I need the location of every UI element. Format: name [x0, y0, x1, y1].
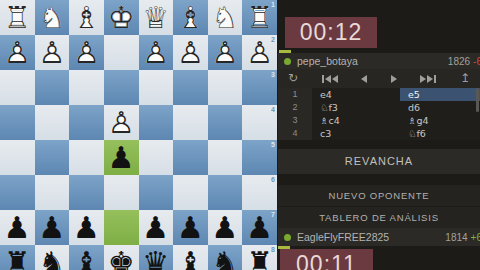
rank-label-6: 6	[271, 176, 275, 183]
square-h6[interactable]	[0, 175, 35, 210]
move-white-4[interactable]: c3	[312, 127, 400, 140]
black-pawn[interactable]: ♟	[173, 210, 208, 245]
square-d6[interactable]	[139, 175, 174, 210]
move-black-4[interactable]: ♘f6	[400, 127, 480, 140]
square-f4[interactable]	[69, 105, 104, 140]
square-a3[interactable]: 3	[242, 70, 277, 105]
move-black-2[interactable]: d6	[400, 101, 480, 114]
square-f6[interactable]	[69, 175, 104, 210]
square-e4[interactable]: ♟♙	[104, 105, 139, 140]
black-rook[interactable]: ♜	[0, 245, 35, 270]
white-bishop[interactable]: ♝♗	[69, 0, 104, 35]
black-pawn[interactable]: ♟	[0, 210, 35, 245]
black-knight[interactable]: ♞	[208, 245, 243, 270]
white-knight[interactable]: ♞♘	[208, 0, 243, 35]
square-d5[interactable]	[139, 140, 174, 175]
square-b2[interactable]: ♟♙	[208, 35, 243, 70]
black-bishop[interactable]: ♝	[173, 245, 208, 270]
square-a2[interactable]: 2♟♙	[242, 35, 277, 70]
square-f2[interactable]: ♟♙	[69, 35, 104, 70]
square-e3[interactable]	[104, 70, 139, 105]
square-h2[interactable]: ♟♙	[0, 35, 35, 70]
bottom-player-row[interactable]: EagleFlyFREE2825 1814 +6	[278, 228, 480, 246]
black-pawn[interactable]: ♟	[242, 210, 277, 245]
square-g7[interactable]: ♟	[35, 210, 70, 245]
white-pawn[interactable]: ♟♙	[69, 35, 104, 70]
square-a5[interactable]: 5	[242, 140, 277, 175]
move-navigation-toolbar: ↻ ↥	[278, 69, 480, 88]
square-c3[interactable]	[173, 70, 208, 105]
square-c5[interactable]	[173, 140, 208, 175]
move-row-2: 2♘f3d6	[278, 101, 480, 114]
rematch-button[interactable]: REVANCHA	[278, 149, 480, 174]
square-g3[interactable]	[35, 70, 70, 105]
top-player-row[interactable]: pepe_botaya 1826 -6	[278, 53, 480, 69]
bottom-player-rating-change: +6	[471, 232, 480, 243]
square-c1[interactable]: ♝♗	[173, 0, 208, 35]
black-pawn[interactable]: ♟	[69, 210, 104, 245]
rank-label-4: 4	[271, 106, 275, 113]
white-pawn[interactable]: ♟♙	[104, 105, 139, 140]
bottom-player-rating: 1814	[445, 232, 467, 243]
black-pawn[interactable]: ♟	[104, 140, 139, 175]
square-e2[interactable]	[104, 35, 139, 70]
square-a4[interactable]: 4	[242, 105, 277, 140]
black-queen[interactable]: ♛	[139, 245, 174, 270]
move-black-3[interactable]: ♗g4	[400, 114, 480, 127]
square-h1[interactable]: ♜♖	[0, 0, 35, 35]
white-bishop[interactable]: ♝♗	[173, 0, 208, 35]
square-e7[interactable]	[104, 210, 139, 245]
first-move-icon[interactable]	[322, 75, 338, 83]
square-c8[interactable]: ♝	[173, 245, 208, 270]
square-g4[interactable]	[35, 105, 70, 140]
square-d8[interactable]: ♛	[139, 245, 174, 270]
cycle-icon[interactable]: ↻	[288, 69, 298, 88]
black-pawn[interactable]: ♟	[208, 210, 243, 245]
square-d1[interactable]: ♛♕	[139, 0, 174, 35]
white-rook[interactable]: ♜♖	[0, 0, 35, 35]
square-c6[interactable]	[173, 175, 208, 210]
white-pawn[interactable]: ♟♙	[242, 35, 277, 70]
top-player-rating-change: -6	[473, 56, 480, 67]
square-h5[interactable]	[0, 140, 35, 175]
black-bishop[interactable]: ♝	[69, 245, 104, 270]
white-queen[interactable]: ♛♕	[139, 0, 174, 35]
square-e8[interactable]: ♚	[104, 245, 139, 270]
share-icon[interactable]: ↥	[460, 69, 470, 88]
square-e5[interactable]: ♟	[104, 140, 139, 175]
square-c4[interactable]	[173, 105, 208, 140]
move-white-3[interactable]: ♗c4	[312, 114, 400, 127]
analysis-board-button[interactable]: TABLERO DE ANÁLISIS	[278, 207, 480, 228]
square-g6[interactable]	[35, 175, 70, 210]
white-pawn[interactable]: ♟♙	[35, 35, 70, 70]
square-g1[interactable]: ♞♘	[35, 0, 70, 35]
square-d7[interactable]: ♟	[139, 210, 174, 245]
game-sidebar: 00:12 pepe_botaya 1826 -6 ↻ ↥ 1e4e52♘f3	[278, 0, 480, 270]
previous-move-icon[interactable]	[361, 75, 367, 83]
white-pawn[interactable]: ♟♙	[0, 35, 35, 70]
move-list: 1e4e52♘f3d63♗c4♗g44c3♘f6	[278, 88, 480, 140]
top-player-rating: 1826	[448, 56, 470, 67]
black-pawn[interactable]: ♟	[139, 210, 174, 245]
white-pawn[interactable]: ♟♙	[173, 35, 208, 70]
square-b1[interactable]: ♞♘	[208, 0, 243, 35]
top-player-clock: 00:12	[285, 17, 377, 48]
square-d4[interactable]	[139, 105, 174, 140]
black-pawn[interactable]: ♟	[35, 210, 70, 245]
move-list-scrollbar[interactable]	[476, 88, 479, 112]
move-number: 3	[278, 114, 312, 127]
square-e1[interactable]: ♚♔	[104, 0, 139, 35]
bottom-player-name[interactable]: EagleFlyFREE2825	[297, 231, 389, 243]
square-f3[interactable]	[69, 70, 104, 105]
black-knight[interactable]: ♞	[35, 245, 70, 270]
square-b8[interactable]: ♞	[208, 245, 243, 270]
square-b6[interactable]	[208, 175, 243, 210]
white-king[interactable]: ♚♔	[104, 0, 139, 35]
square-a1[interactable]: 1♜♖	[242, 0, 277, 35]
square-b5[interactable]	[208, 140, 243, 175]
post-game-actions-panel: NUEVO OPONENTE TABLERO DE ANÁLISIS	[278, 185, 480, 228]
square-h3[interactable]	[0, 70, 35, 105]
square-d2[interactable]: ♟♙	[139, 35, 174, 70]
move-white-2[interactable]: ♘f3	[312, 101, 400, 114]
black-rook[interactable]: ♜	[242, 245, 277, 270]
black-king[interactable]: ♚	[104, 245, 139, 270]
new-opponent-button[interactable]: NUEVO OPONENTE	[278, 185, 480, 206]
square-b3[interactable]	[208, 70, 243, 105]
move-row-1: 1e4e5	[278, 88, 480, 101]
move-row-4: 4c3♘f6	[278, 127, 480, 140]
chess-board[interactable]: ♜♖♞♘♝♗♚♔♛♕♝♗♞♘1♜♖♟♙♟♙♟♙♟♙♟♙♟♙2♟♙3♟♙4♟56♟…	[0, 0, 277, 270]
square-d3[interactable]	[139, 70, 174, 105]
square-f1[interactable]: ♝♗	[69, 0, 104, 35]
top-player-name[interactable]: pepe_botaya	[297, 55, 358, 67]
move-black-1-selected[interactable]: e5	[400, 88, 480, 101]
square-g8[interactable]: ♞	[35, 245, 70, 270]
next-move-icon[interactable]	[391, 75, 397, 83]
move-number: 4	[278, 127, 312, 140]
square-e6[interactable]	[104, 175, 139, 210]
rank-label-3: 3	[271, 71, 275, 78]
white-pawn[interactable]: ♟♙	[139, 35, 174, 70]
move-row-3: 3♗c4♗g4	[278, 114, 480, 127]
app-window: ♜♖♞♘♝♗♚♔♛♕♝♗♞♘1♜♖♟♙♟♙♟♙♟♙♟♙♟♙2♟♙3♟♙4♟56♟…	[0, 0, 480, 270]
online-dot	[284, 234, 291, 241]
square-b7[interactable]: ♟	[208, 210, 243, 245]
white-knight[interactable]: ♞♘	[35, 0, 70, 35]
square-c7[interactable]: ♟	[173, 210, 208, 245]
move-number: 1	[278, 88, 312, 101]
square-f8[interactable]: ♝	[69, 245, 104, 270]
square-a7[interactable]: 7♟	[242, 210, 277, 245]
move-number: 2	[278, 101, 312, 114]
square-g2[interactable]: ♟♙	[35, 35, 70, 70]
square-a6[interactable]: 6	[242, 175, 277, 210]
square-b4[interactable]	[208, 105, 243, 140]
move-white-1[interactable]: e4	[312, 88, 400, 101]
square-f5[interactable]	[69, 140, 104, 175]
last-move-icon[interactable]	[420, 75, 436, 83]
white-pawn[interactable]: ♟♙	[208, 35, 243, 70]
square-h8[interactable]: ♜	[0, 245, 35, 270]
square-c2[interactable]: ♟♙	[173, 35, 208, 70]
square-a8[interactable]: 8♜	[242, 245, 277, 270]
square-g5[interactable]	[35, 140, 70, 175]
online-dot	[284, 58, 291, 65]
white-rook[interactable]: ♜♖	[242, 0, 277, 35]
square-f7[interactable]: ♟	[69, 210, 104, 245]
square-h7[interactable]: ♟	[0, 210, 35, 245]
bottom-player-clock: 00:11	[280, 249, 373, 270]
rank-label-5: 5	[271, 141, 275, 148]
square-h4[interactable]	[0, 105, 35, 140]
